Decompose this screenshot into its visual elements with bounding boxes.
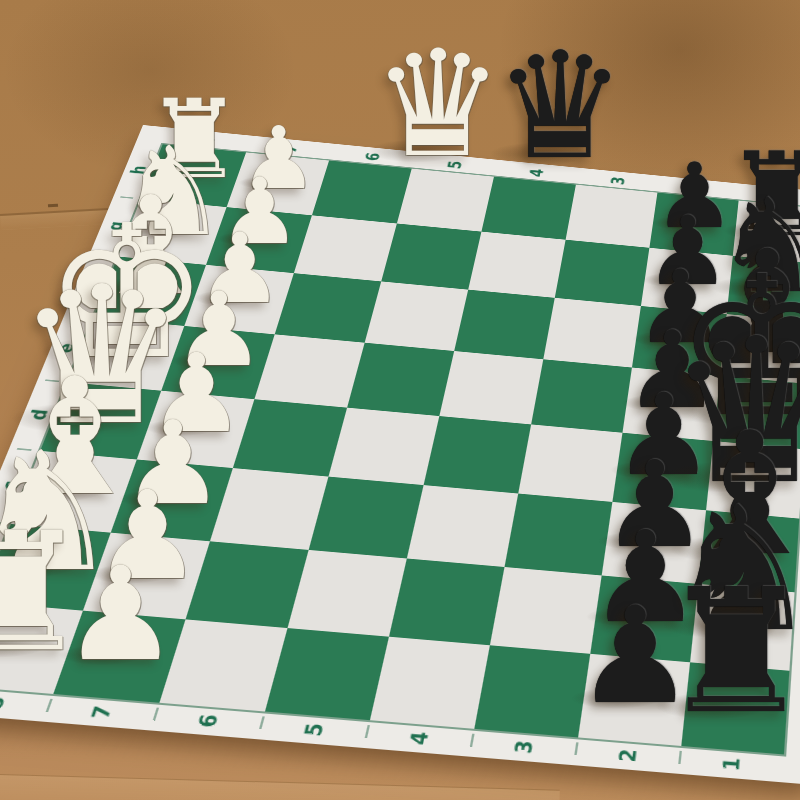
border-tick: [574, 742, 578, 755]
coord-label-bottom-5: 5: [301, 722, 327, 737]
coord-label-bottom-7: 7: [88, 705, 115, 720]
cardboard-fold-edge: [0, 774, 560, 800]
square-g5[interactable]: [381, 223, 481, 289]
square-c6[interactable]: [210, 468, 329, 550]
border-tick: [46, 699, 52, 712]
square-c5[interactable]: [309, 477, 424, 559]
square-e4[interactable]: [439, 351, 543, 424]
square-g6[interactable]: [294, 215, 397, 281]
square-f4[interactable]: [454, 290, 555, 360]
square-a3[interactable]: [474, 645, 590, 737]
square-e6[interactable]: [254, 334, 364, 407]
border-tick: [365, 725, 370, 738]
coord-label-bottom-2: 2: [616, 748, 640, 763]
coord-label-bottom-1: 1: [720, 757, 743, 772]
border-tick: [259, 716, 264, 729]
square-b5[interactable]: [288, 550, 407, 637]
black-rook-a1[interactable]: ♜: [660, 565, 800, 736]
square-b4[interactable]: [389, 558, 505, 645]
square-c4[interactable]: [407, 485, 518, 567]
coord-label-bottom-4: 4: [407, 731, 432, 746]
square-a5[interactable]: [265, 628, 389, 720]
off-board-black-queen[interactable]: ♛: [494, 33, 626, 181]
white-pawn-a7[interactable]: ♟: [63, 550, 179, 680]
square-d5[interactable]: [328, 408, 439, 485]
coord-label-bottom-6: 6: [195, 713, 222, 728]
border-tick: [153, 708, 159, 721]
square-e5[interactable]: [347, 343, 454, 416]
square-d6[interactable]: [233, 399, 347, 476]
square-h3[interactable]: [566, 185, 658, 248]
scene: 8765432187654321hgfedcba ♜♞♝♚♛♝♞♜♟♟♟♟♟♟♟…: [0, 0, 800, 800]
square-a4[interactable]: [370, 637, 490, 729]
off-board-white-queen[interactable]: ♛: [372, 31, 504, 178]
coord-label-bottom-8: 8: [0, 696, 9, 711]
square-d4[interactable]: [424, 416, 532, 493]
border-tick: [470, 734, 474, 747]
coord-label-bottom-3: 3: [512, 739, 537, 754]
border-tick: [678, 751, 681, 764]
square-g4[interactable]: [468, 232, 565, 298]
square-f5[interactable]: [365, 281, 469, 351]
square-f6[interactable]: [275, 273, 382, 343]
